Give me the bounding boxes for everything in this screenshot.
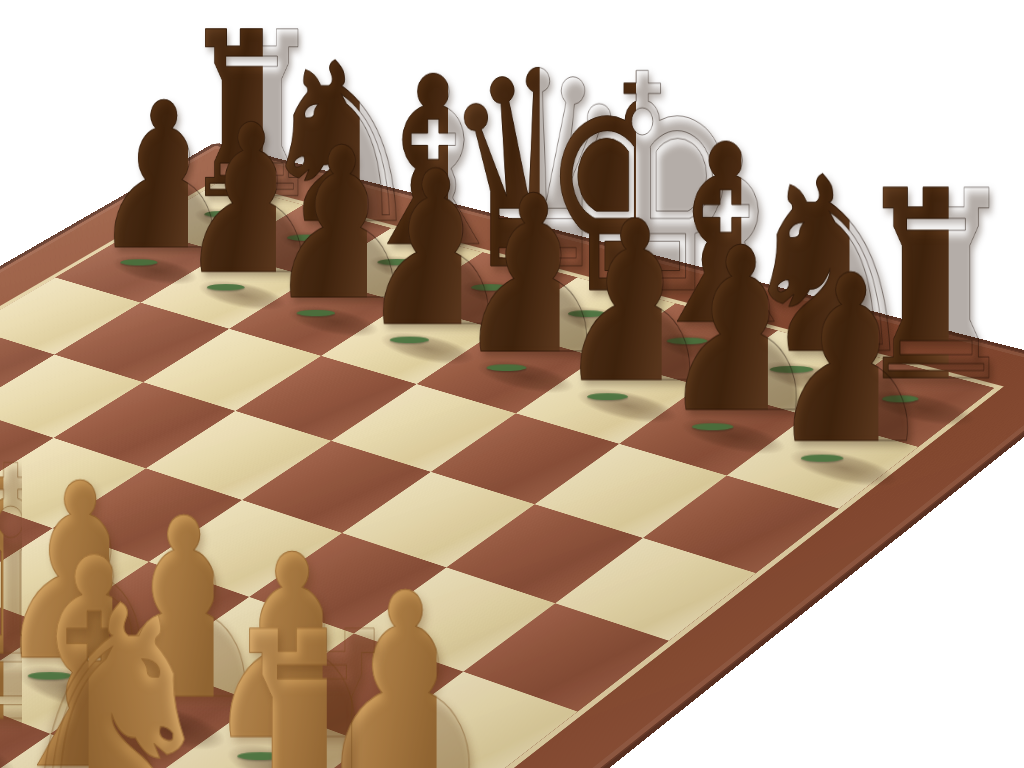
piece-black-pawn-a7[interactable]: ♟ xyxy=(90,76,188,263)
chess-board: ♜♞♝♛♚♝♞♜♟♟♟♟♟♟♟♟♟♟♟♟♟♟♟♟♜♞♝♛♚♝♞♜ xyxy=(0,142,1024,768)
piece-black-pawn-d7[interactable]: ♟ xyxy=(358,143,462,341)
piece-white-rook-h1[interactable]: ♜ xyxy=(213,593,327,768)
chess-product-photo: ♜♞♝♛♚♝♞♜♟♟♟♟♟♟♟♟♟♟♟♟♟♟♟♟♜♞♝♛♚♝♞♜ xyxy=(0,0,1024,768)
piece-white-knight-g1[interactable]: ♞ xyxy=(89,569,225,768)
piece-black-pawn-b7[interactable]: ♟ xyxy=(176,97,276,288)
piece-black-pawn-e7[interactable]: ♟ xyxy=(454,167,560,369)
perspective-scene: ♜♞♝♛♚♝♞♜♟♟♟♟♟♟♟♟♟♟♟♟♟♟♟♟♜♞♝♛♚♝♞♜ xyxy=(0,0,1024,768)
piece-black-pawn-h7[interactable]: ♟ xyxy=(766,245,879,460)
piece-black-pawn-c7[interactable]: ♟ xyxy=(265,120,367,315)
piece-black-pawn-g7[interactable]: ♟ xyxy=(658,218,768,428)
piece-black-pawn-f7[interactable]: ♟ xyxy=(554,192,662,398)
